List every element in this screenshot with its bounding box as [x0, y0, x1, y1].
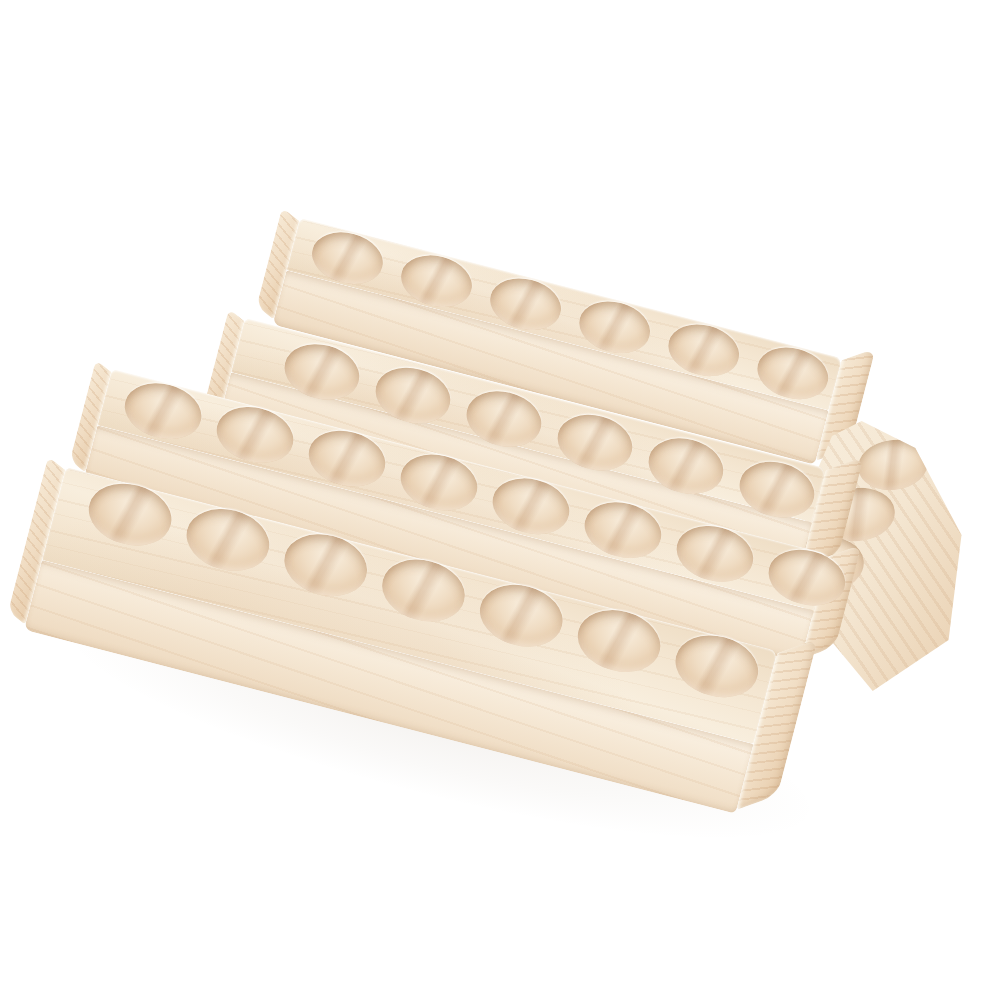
second-rack-right-end-pit-1: [855, 436, 931, 494]
product-photo-wooden-pit-rack: [0, 0, 1000, 1000]
